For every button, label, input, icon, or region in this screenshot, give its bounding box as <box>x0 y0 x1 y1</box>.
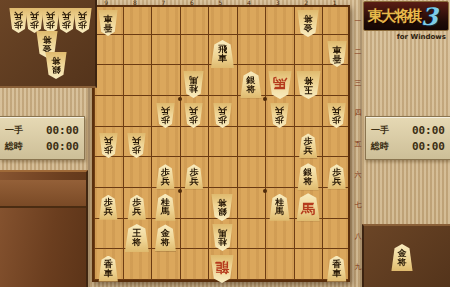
piece-glyph: 歩 <box>132 146 141 155</box>
piece-glyph: 歩 <box>275 116 284 125</box>
square-1-4[interactable]: 歩兵 <box>322 99 351 130</box>
piece-glyph: 将 <box>43 36 52 45</box>
gote-hand-p[interactable]: 歩兵 <box>57 8 76 33</box>
square-8-1[interactable] <box>123 7 152 38</box>
square-8-9[interactable] <box>123 252 152 283</box>
sente-move-time-label: 一手 <box>371 124 389 137</box>
file-label-9: 9 <box>92 0 121 6</box>
piece-5-8[interactable]: 桂馬 <box>212 224 233 251</box>
shogi-board: 香車金将飛車香車桂馬銀将馬玉将歩兵歩兵歩兵歩兵歩兵歩兵歩兵歩兵歩兵歩兵銀将歩兵歩… <box>92 5 350 282</box>
piece-glyph: 将 <box>304 177 313 186</box>
piece-glyph: 香 <box>332 54 341 63</box>
piece-2-6[interactable]: 銀将 <box>297 163 319 190</box>
piece-glyph: 歩 <box>189 168 198 177</box>
square-5-8[interactable]: 桂馬 <box>208 222 237 253</box>
piece-glyph: 馬 <box>275 208 284 217</box>
square-8-6[interactable] <box>123 160 152 191</box>
square-5-6[interactable] <box>208 160 237 191</box>
piece-glyph: 歩 <box>161 168 170 177</box>
square-3-3[interactable]: 馬 <box>265 68 294 99</box>
piece-glyph: 兵 <box>189 107 198 116</box>
gote-hand-p[interactable]: 歩兵 <box>41 8 60 33</box>
square-8-8[interactable]: 王将 <box>123 222 152 253</box>
square-5-9[interactable]: 龍 <box>208 252 237 283</box>
square-5-5[interactable] <box>208 130 237 161</box>
piece-glyph: 車 <box>104 15 113 24</box>
piece-glyph: 龍 <box>215 261 229 274</box>
square-7-2[interactable] <box>151 38 180 69</box>
piece-glyph: 歩 <box>46 21 55 30</box>
piece-8-7[interactable]: 歩兵 <box>127 195 146 220</box>
square-5-7[interactable]: 銀将 <box>208 191 237 222</box>
piece-8-5[interactable]: 歩兵 <box>127 133 146 158</box>
square-7-4[interactable]: 歩兵 <box>151 99 180 130</box>
square-7-5[interactable] <box>151 130 180 161</box>
piece-glyph: 馬 <box>161 208 170 217</box>
square-4-5[interactable] <box>237 130 266 161</box>
sente-hand-G[interactable]: 金将 <box>391 244 413 271</box>
square-1-8[interactable] <box>322 222 351 253</box>
piece-glyph: 兵 <box>30 12 39 21</box>
piece-1-9[interactable]: 香車 <box>327 256 347 282</box>
piece-glyph: 馬 <box>301 202 315 215</box>
piece-glyph: 歩 <box>332 168 341 177</box>
piece-glyph: 車 <box>332 269 341 278</box>
piece-glyph: 香 <box>332 260 341 269</box>
square-4-3[interactable]: 銀将 <box>237 68 266 99</box>
square-4-6[interactable] <box>237 160 266 191</box>
piece-9-9[interactable]: 香車 <box>98 256 118 282</box>
piece-glyph: 金 <box>398 249 407 258</box>
piece-glyph: 将 <box>247 85 256 94</box>
square-2-7[interactable]: 馬 <box>294 191 323 222</box>
square-1-9[interactable]: 香車 <box>322 252 351 283</box>
piece-5-2[interactable]: 飛車 <box>210 40 234 68</box>
piece-6-6[interactable]: 歩兵 <box>184 164 203 189</box>
file-label-5: 5 <box>206 0 235 6</box>
piece-glyph: 銀 <box>247 76 256 85</box>
square-8-5[interactable]: 歩兵 <box>123 130 152 161</box>
piece-glyph: 歩 <box>161 116 170 125</box>
square-8-3[interactable] <box>123 68 152 99</box>
piece-glyph: 歩 <box>14 21 23 30</box>
rank-label-7: 七 <box>353 200 363 210</box>
piece-glyph: 兵 <box>132 208 141 217</box>
square-9-6[interactable] <box>94 160 123 191</box>
square-1-5[interactable] <box>322 130 351 161</box>
piece-2-7[interactable]: 馬 <box>296 193 320 221</box>
square-9-8[interactable] <box>94 222 123 253</box>
file-label-4: 4 <box>235 0 264 6</box>
piece-glyph: 車 <box>332 45 341 54</box>
square-6-2[interactable] <box>180 38 209 69</box>
piece-5-4[interactable]: 歩兵 <box>213 103 232 128</box>
gote-captured-tray: 歩兵歩兵歩兵歩兵歩兵金将銀将 <box>0 0 97 88</box>
gote-hand-s[interactable]: 銀将 <box>45 52 67 79</box>
square-9-9[interactable]: 香車 <box>94 252 123 283</box>
square-6-1[interactable] <box>180 7 209 38</box>
square-2-3[interactable]: 玉将 <box>294 68 323 99</box>
square-5-3[interactable] <box>208 68 237 99</box>
square-5-4[interactable]: 歩兵 <box>208 99 237 130</box>
piece-7-6[interactable]: 歩兵 <box>156 164 175 189</box>
square-6-7[interactable] <box>180 191 209 222</box>
square-8-4[interactable] <box>123 99 152 130</box>
square-4-8[interactable] <box>237 222 266 253</box>
square-2-2[interactable] <box>294 38 323 69</box>
piece-box <box>0 170 88 287</box>
square-3-4[interactable]: 歩兵 <box>265 99 294 130</box>
file-label-7: 7 <box>149 0 178 6</box>
square-6-5[interactable] <box>180 130 209 161</box>
piece-glyph: 金 <box>43 45 52 54</box>
square-7-7[interactable]: 桂馬 <box>151 191 180 222</box>
square-4-2[interactable] <box>237 38 266 69</box>
piece-3-3[interactable]: 馬 <box>268 71 292 99</box>
piece-glyph: 将 <box>161 238 170 247</box>
gote-move-time: 00:00 <box>46 124 79 137</box>
square-1-6[interactable]: 歩兵 <box>322 160 351 191</box>
square-6-9[interactable] <box>180 252 209 283</box>
piece-glyph: 将 <box>304 76 313 85</box>
square-2-5[interactable]: 歩兵 <box>294 130 323 161</box>
piece-glyph: 歩 <box>104 146 113 155</box>
square-7-9[interactable] <box>151 252 180 283</box>
piece-5-7[interactable]: 銀将 <box>211 194 233 221</box>
piece-glyph: 車 <box>104 269 113 278</box>
piece-glyph: 歩 <box>30 21 39 30</box>
rank-label-3: 三 <box>353 78 363 88</box>
piece-glyph: 兵 <box>104 208 113 217</box>
square-3-9[interactable] <box>265 252 294 283</box>
square-4-9[interactable] <box>237 252 266 283</box>
piece-glyph: 桂 <box>189 85 198 94</box>
piece-glyph: 兵 <box>132 137 141 146</box>
square-5-1[interactable] <box>208 7 237 38</box>
square-3-7[interactable]: 桂馬 <box>265 191 294 222</box>
square-4-4[interactable] <box>237 99 266 130</box>
square-6-4[interactable]: 歩兵 <box>180 99 209 130</box>
file-label-8: 8 <box>121 0 150 6</box>
rank-label-2: 二 <box>353 47 363 57</box>
file-label-1: 1 <box>320 0 349 6</box>
file-label-6: 6 <box>178 0 207 6</box>
piece-glyph: 将 <box>132 238 141 247</box>
square-4-1[interactable] <box>237 7 266 38</box>
piece-2-5[interactable]: 歩兵 <box>299 133 318 158</box>
square-7-1[interactable] <box>151 7 180 38</box>
piece-3-4[interactable]: 歩兵 <box>270 103 289 128</box>
piece-1-6[interactable]: 歩兵 <box>327 164 346 189</box>
piece-glyph: 桂 <box>218 238 227 247</box>
piece-glyph: 兵 <box>62 12 71 21</box>
app-logo: 東大将棋 3 <box>363 1 449 31</box>
square-2-4[interactable] <box>294 99 323 130</box>
piece-6-4[interactable]: 歩兵 <box>184 103 203 128</box>
square-3-6[interactable] <box>265 160 294 191</box>
app-window: 香車金将飛車香車桂馬銀将馬玉将歩兵歩兵歩兵歩兵歩兵歩兵歩兵歩兵歩兵歩兵銀将歩兵歩… <box>0 0 450 287</box>
square-8-2[interactable] <box>123 38 152 69</box>
square-7-3[interactable] <box>151 68 180 99</box>
piece-glyph: 将 <box>218 199 227 208</box>
piece-glyph: 銀 <box>52 66 61 75</box>
piece-glyph: 歩 <box>78 21 87 30</box>
piece-3-7[interactable]: 桂馬 <box>269 194 290 221</box>
piece-2-1[interactable]: 金将 <box>297 10 319 37</box>
piece-glyph: 車 <box>218 54 227 63</box>
piece-glyph: 馬 <box>273 77 287 90</box>
piece-glyph: 兵 <box>104 137 113 146</box>
rank-label-9: 九 <box>353 262 363 272</box>
piece-glyph: 香 <box>104 260 113 269</box>
piece-glyph: 馬 <box>189 76 198 85</box>
piece-glyph: 馬 <box>218 229 227 238</box>
gote-hand-p[interactable]: 歩兵 <box>73 8 92 33</box>
piece-7-4[interactable]: 歩兵 <box>156 103 175 128</box>
piece-glyph: 将 <box>52 57 61 66</box>
piece-glyph: 歩 <box>332 116 341 125</box>
piece-glyph: 歩 <box>218 116 227 125</box>
rank-label-4: 四 <box>353 108 363 118</box>
piece-6-3[interactable]: 桂馬 <box>183 71 204 98</box>
piece-glyph: 兵 <box>332 107 341 116</box>
square-3-8[interactable] <box>265 222 294 253</box>
piece-glyph: 香 <box>104 24 113 33</box>
square-3-2[interactable] <box>265 38 294 69</box>
sente-total-time-label: 総時 <box>371 140 389 153</box>
piece-glyph: 兵 <box>332 177 341 186</box>
gote-total-time-label: 総時 <box>5 140 23 153</box>
square-1-1[interactable] <box>322 7 351 38</box>
piece-glyph: 歩 <box>62 21 71 30</box>
piece-glyph: 兵 <box>189 177 198 186</box>
piece-glyph: 兵 <box>161 107 170 116</box>
piece-glyph: 金 <box>304 24 313 33</box>
piece-9-5[interactable]: 歩兵 <box>99 133 118 158</box>
file-label-3: 3 <box>263 0 292 6</box>
square-9-2[interactable] <box>94 38 123 69</box>
gote-clock-panel: 一手 00:00 総時 00:00 <box>0 116 85 160</box>
piece-5-9[interactable]: 龍 <box>210 255 234 283</box>
square-1-7[interactable] <box>322 191 351 222</box>
app-logo-version: 3 <box>421 2 438 31</box>
piece-glyph: 兵 <box>218 107 227 116</box>
square-2-1[interactable]: 金将 <box>294 7 323 38</box>
square-4-7[interactable] <box>237 191 266 222</box>
rank-label-5: 五 <box>353 139 363 149</box>
square-3-5[interactable] <box>265 130 294 161</box>
sente-move-time: 00:00 <box>412 124 445 137</box>
square-8-7[interactable]: 歩兵 <box>123 191 152 222</box>
piece-9-7[interactable]: 歩兵 <box>99 195 118 220</box>
hoshi-dot <box>178 189 182 193</box>
piece-7-7[interactable]: 桂馬 <box>155 194 176 221</box>
piece-glyph: 兵 <box>275 107 284 116</box>
piece-box-lid <box>0 180 86 208</box>
piece-glyph: 歩 <box>189 116 198 125</box>
rank-label-8: 八 <box>353 231 363 241</box>
rank-label-1: 一 <box>353 16 363 26</box>
square-6-8[interactable] <box>180 222 209 253</box>
square-9-5[interactable]: 歩兵 <box>94 130 123 161</box>
square-7-6[interactable]: 歩兵 <box>151 160 180 191</box>
sente-captured-tray: 金将 <box>362 224 450 287</box>
piece-9-1[interactable]: 香車 <box>98 10 118 36</box>
gote-total-time: 00:00 <box>46 140 79 153</box>
sente-clock-panel: 一手 00:00 総時 00:00 <box>365 116 450 160</box>
piece-glyph: 将 <box>398 258 407 267</box>
square-6-3[interactable]: 桂馬 <box>180 68 209 99</box>
square-9-7[interactable]: 歩兵 <box>94 191 123 222</box>
piece-1-4[interactable]: 歩兵 <box>327 103 346 128</box>
square-9-3[interactable] <box>94 68 123 99</box>
piece-glyph: 将 <box>304 15 313 24</box>
file-label-2: 2 <box>292 0 321 6</box>
square-2-6[interactable]: 銀将 <box>294 160 323 191</box>
gote-hand-p[interactable]: 歩兵 <box>9 8 28 33</box>
square-2-8[interactable] <box>294 222 323 253</box>
square-7-8[interactable]: 金将 <box>151 222 180 253</box>
piece-7-8[interactable]: 金将 <box>154 224 176 251</box>
piece-2-3[interactable]: 玉将 <box>296 71 321 99</box>
piece-glyph: 玉 <box>304 85 313 94</box>
square-1-3[interactable] <box>322 68 351 99</box>
piece-4-3[interactable]: 銀将 <box>240 71 262 98</box>
piece-glyph: 銀 <box>304 168 313 177</box>
square-9-1[interactable]: 香車 <box>94 7 123 38</box>
rank-label-6: 六 <box>353 170 363 180</box>
piece-8-8[interactable]: 王将 <box>124 224 149 252</box>
piece-glyph: 兵 <box>78 12 87 21</box>
gote-hand-p[interactable]: 歩兵 <box>25 8 44 33</box>
square-6-6[interactable]: 歩兵 <box>180 160 209 191</box>
app-logo-title: 東大将棋 <box>368 7 420 26</box>
square-3-1[interactable] <box>265 7 294 38</box>
hoshi-dot <box>178 97 182 101</box>
square-1-2[interactable]: 香車 <box>322 38 351 69</box>
piece-glyph: 兵 <box>304 146 313 155</box>
square-2-9[interactable] <box>294 252 323 283</box>
piece-glyph: 兵 <box>46 12 55 21</box>
gote-move-time-label: 一手 <box>5 124 23 137</box>
square-9-4[interactable] <box>94 99 123 130</box>
piece-glyph: 兵 <box>14 12 23 21</box>
app-logo-subtitle: for Windows <box>397 33 446 41</box>
sente-total-time: 00:00 <box>412 140 445 153</box>
piece-1-2[interactable]: 香車 <box>327 41 347 67</box>
piece-glyph: 銀 <box>218 208 227 217</box>
square-5-2[interactable]: 飛車 <box>208 38 237 69</box>
piece-glyph: 兵 <box>161 177 170 186</box>
